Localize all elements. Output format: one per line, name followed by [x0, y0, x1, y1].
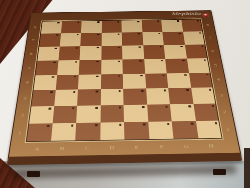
led-indicator	[186, 89, 188, 91]
led-indicator	[199, 32, 201, 33]
led-indicator	[73, 91, 75, 93]
brand-text: Mephisto exclusive	[171, 12, 201, 19]
rank-label-right-1: 1	[219, 120, 237, 138]
led-indicator	[118, 47, 120, 48]
led-indicator	[119, 107, 121, 109]
led-indicator	[167, 123, 170, 125]
led-indicator	[48, 108, 50, 110]
led-indicator	[211, 105, 214, 107]
square-g3	[168, 88, 193, 104]
led-indicator	[182, 60, 184, 62]
led-indicator	[96, 61, 98, 63]
led-indicator	[97, 21, 99, 22]
led-indicator	[157, 20, 159, 21]
rank-label-left-8: 8	[28, 21, 42, 34]
square-e3	[123, 89, 147, 105]
board-perspective-wrap: Mephisto exclusive 8877665544332211ABCDE…	[7, 10, 243, 165]
led-indicator	[165, 106, 167, 108]
square-d4	[101, 74, 124, 90]
led-indicator	[75, 61, 77, 63]
rank-label-right-4: 4	[210, 72, 226, 87]
square-c4	[78, 74, 101, 90]
led-indicator	[164, 90, 166, 92]
led-indicator	[141, 90, 143, 92]
square-b1	[50, 123, 76, 142]
square-b3	[54, 90, 78, 107]
photo-scene: Mephisto exclusive 8877665544332211ABCDE…	[0, 0, 250, 188]
file-label-g: G	[174, 139, 201, 154]
led-indicator	[118, 60, 120, 62]
square-g4	[167, 73, 191, 89]
square-h8	[181, 19, 203, 32]
square-h7	[183, 31, 206, 44]
led-indicator	[161, 60, 163, 62]
rank-label-right-8: 8	[201, 19, 215, 32]
led-indicator	[118, 75, 120, 77]
square-g6	[164, 45, 187, 59]
square-c2	[76, 106, 100, 123]
square-d8	[101, 20, 121, 33]
square-f2	[147, 104, 172, 121]
led-indicator	[209, 89, 212, 91]
file-label-d: D	[100, 140, 125, 155]
led-indicator	[142, 106, 144, 108]
led-indicator	[57, 22, 59, 23]
square-b6	[58, 46, 80, 60]
mephisto-logo-icon	[203, 13, 209, 17]
led-indicator	[77, 22, 79, 23]
square-e2	[124, 105, 148, 122]
background-dark-strip-right	[244, 148, 250, 188]
led-indicator	[191, 123, 194, 125]
led-indicator	[184, 74, 186, 76]
led-indicator	[203, 59, 205, 61]
file-label-a: A	[24, 142, 51, 157]
led-indicator	[177, 20, 179, 21]
square-h1	[196, 121, 223, 139]
file-label-h: H	[198, 139, 225, 154]
led-indicator	[76, 34, 78, 35]
file-label-c: C	[74, 141, 99, 156]
led-indicator	[117, 21, 119, 22]
square-d1	[100, 122, 125, 141]
square-h3	[191, 88, 216, 104]
led-indicator	[138, 33, 140, 34]
square-e4	[123, 73, 146, 89]
square-b8	[61, 21, 82, 34]
square-a5	[35, 60, 58, 75]
led-indicator	[158, 33, 160, 34]
file-label-f: F	[149, 140, 175, 155]
square-f3	[146, 88, 170, 104]
square-d2	[100, 105, 124, 122]
led-indicator	[95, 124, 97, 126]
led-indicator	[214, 122, 217, 124]
square-e7	[122, 32, 143, 45]
led-indicator	[188, 105, 191, 107]
led-indicator	[117, 34, 119, 35]
rank-label-right-5: 5	[208, 58, 223, 73]
square-a7	[38, 33, 60, 46]
square-h4	[189, 72, 214, 88]
square-c6	[80, 46, 102, 60]
led-indicator	[72, 107, 74, 109]
square-b4	[55, 74, 78, 90]
square-f8	[141, 19, 162, 32]
led-indicator	[47, 125, 50, 127]
square-e6	[122, 45, 144, 59]
led-indicator	[140, 75, 142, 77]
square-g7	[162, 32, 184, 45]
led-indicator	[137, 21, 139, 22]
rank-label-right-6: 6	[205, 44, 220, 58]
square-a4	[33, 75, 57, 91]
led-indicator	[138, 46, 140, 47]
square-d7	[101, 32, 122, 45]
led-indicator	[180, 46, 182, 47]
led-indicator	[119, 124, 121, 126]
rank-label-left-2: 2	[14, 107, 30, 124]
square-b5	[57, 60, 80, 75]
rank-label-left-3: 3	[17, 90, 33, 106]
board-foot-left	[27, 171, 40, 177]
square-g8	[161, 19, 183, 32]
led-indicator	[53, 61, 55, 63]
led-indicator	[97, 47, 99, 48]
led-indicator	[206, 74, 208, 76]
led-indicator	[76, 47, 78, 48]
square-f5	[144, 59, 167, 74]
led-indicator	[52, 76, 54, 78]
rank-label-left-4: 4	[19, 75, 34, 91]
square-c7	[80, 33, 101, 46]
led-indicator	[50, 91, 52, 93]
square-a3	[30, 90, 55, 107]
square-b7	[59, 33, 81, 46]
square-f1	[148, 121, 174, 139]
led-indicator	[139, 60, 141, 62]
led-indicator	[55, 48, 57, 49]
led-indicator	[178, 33, 180, 34]
square-h6	[185, 44, 208, 58]
led-indicator	[201, 45, 203, 46]
square-c3	[77, 89, 100, 106]
rank-label-left-5: 5	[22, 61, 37, 76]
board-foot-right	[213, 169, 226, 175]
square-e5	[122, 59, 144, 74]
brand-plate: Mephisto exclusive	[171, 12, 209, 19]
square-g1	[172, 121, 198, 139]
square-c5	[79, 60, 101, 75]
led-indicator	[96, 91, 98, 93]
square-a6	[37, 46, 60, 60]
square-f7	[142, 32, 164, 45]
square-a2	[28, 106, 54, 124]
rank-label-right-3: 3	[213, 87, 230, 103]
led-indicator	[143, 123, 145, 125]
square-h2	[193, 104, 219, 121]
led-indicator	[197, 20, 199, 21]
led-indicator	[118, 90, 120, 92]
led-indicator	[159, 46, 161, 47]
square-d5	[101, 59, 123, 74]
led-indicator	[96, 75, 98, 77]
led-indicator	[71, 125, 73, 127]
square-c1	[75, 123, 100, 142]
rank-label-right-2: 2	[216, 103, 233, 120]
rank-label-right-7: 7	[203, 31, 218, 44]
square-d6	[101, 45, 122, 59]
square-a1	[26, 123, 52, 142]
square-b2	[52, 106, 77, 124]
square-c8	[81, 20, 102, 33]
square-d3	[100, 89, 123, 106]
led-indicator	[74, 76, 76, 78]
file-label-e: E	[124, 140, 150, 155]
led-indicator	[162, 74, 164, 76]
square-f6	[143, 45, 165, 59]
square-e8	[121, 20, 142, 33]
rank-label-left-1: 1	[11, 124, 28, 142]
square-g2	[170, 104, 196, 121]
led-indicator	[56, 34, 58, 35]
square-e1	[124, 122, 149, 140]
led-indicator	[97, 34, 99, 35]
led-indicator	[95, 107, 97, 109]
square-a8	[40, 21, 62, 34]
square-g5	[165, 58, 188, 73]
square-h5	[187, 58, 211, 73]
chess-board: Mephisto exclusive 8877665544332211ABCDE…	[7, 10, 243, 165]
rank-label-left-7: 7	[26, 34, 40, 47]
rank-label-left-6: 6	[24, 47, 38, 61]
square-f4	[145, 73, 169, 89]
file-label-b: B	[49, 141, 75, 156]
